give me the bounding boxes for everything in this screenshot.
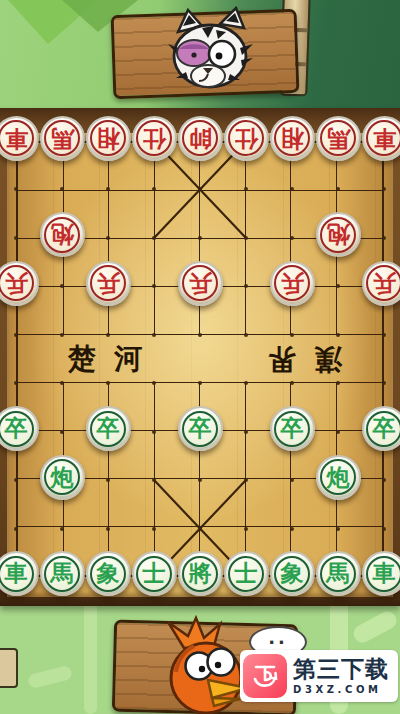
piece-character: 炮: [327, 466, 350, 489]
piece-character: 卒: [281, 417, 304, 440]
board-cell[interactable]: [200, 335, 246, 383]
piece-character: 卒: [189, 417, 212, 440]
piece-green-士[interactable]: 士: [224, 551, 269, 596]
board-grid[interactable]: [16, 141, 384, 577]
piece-character: 馬: [327, 562, 350, 585]
piece-red-相[interactable]: 相: [86, 116, 131, 161]
piece-green-馬[interactable]: 馬: [316, 551, 361, 596]
game-screen: 楚河 漢界 車馬相仕帥仕相馬車炮炮兵兵兵兵兵卒卒卒卒卒炮炮車馬象士將士象馬車: [0, 0, 400, 714]
watermark-brand: 第三下载: [293, 658, 389, 681]
piece-character: 車: [5, 562, 28, 585]
watermark-link[interactable]: 第三下载 D3XZ.COM: [240, 650, 398, 702]
piece-red-兵[interactable]: 兵: [178, 261, 223, 306]
piece-character: 馬: [51, 562, 74, 585]
piece-red-馬[interactable]: 馬: [40, 116, 85, 161]
board-cell[interactable]: [155, 191, 201, 239]
board-cell[interactable]: [155, 479, 201, 527]
piece-red-車[interactable]: 車: [0, 116, 39, 161]
piece-character: 兵: [281, 272, 304, 295]
piece-character: 卒: [97, 417, 120, 440]
piece-character: 炮: [51, 466, 74, 489]
piece-character: 卒: [5, 417, 28, 440]
piece-red-帥[interactable]: 帥: [178, 116, 223, 161]
piece-character: 炮: [51, 223, 74, 246]
piece-green-卒[interactable]: 卒: [178, 406, 223, 451]
piece-red-兵[interactable]: 兵: [86, 261, 131, 306]
watermark-domain: D3XZ.COM: [293, 684, 382, 695]
download-icon: [243, 654, 287, 698]
piece-green-將[interactable]: 將: [178, 551, 223, 596]
opponent-sign-plank: [111, 9, 300, 99]
board-cell[interactable]: [64, 335, 110, 383]
xiangqi-board[interactable]: 楚河 漢界: [0, 108, 400, 606]
piece-character: 兵: [97, 272, 120, 295]
piece-character: 車: [373, 562, 396, 585]
piece-red-馬[interactable]: 馬: [316, 116, 361, 161]
piece-green-卒[interactable]: 卒: [86, 406, 131, 451]
board-cell[interactable]: [109, 479, 155, 527]
board-cell[interactable]: [200, 479, 246, 527]
piece-green-象[interactable]: 象: [270, 551, 315, 596]
piece-red-仕[interactable]: 仕: [224, 116, 269, 161]
board-cell[interactable]: [200, 191, 246, 239]
piece-character: 馬: [327, 127, 350, 150]
piece-character: 兵: [189, 272, 212, 295]
piece-character: 仕: [143, 127, 166, 150]
bamboo-silhouette: [350, 608, 399, 645]
piece-character: 馬: [51, 127, 74, 150]
piece-red-相[interactable]: 相: [270, 116, 315, 161]
board-field: 楚河 漢界: [7, 133, 393, 597]
board-cell[interactable]: [109, 335, 155, 383]
bamboo-silhouette: [27, 665, 73, 689]
piece-character: 兵: [373, 272, 396, 295]
piece-red-兵[interactable]: 兵: [362, 261, 400, 306]
board-cell[interactable]: [246, 191, 292, 239]
piece-red-車[interactable]: 車: [362, 116, 400, 161]
piece-character: 車: [373, 127, 396, 150]
piece-character: 炮: [327, 223, 350, 246]
board-cell[interactable]: [246, 335, 292, 383]
board-cell[interactable]: [109, 191, 155, 239]
piece-red-炮[interactable]: 炮: [40, 212, 85, 257]
piece-red-仕[interactable]: 仕: [132, 116, 177, 161]
bamboo-silhouette: [84, 598, 97, 714]
piece-character: 象: [281, 562, 304, 585]
piece-character: 卒: [373, 417, 396, 440]
piece-green-炮[interactable]: 炮: [40, 455, 85, 500]
piece-character: 相: [281, 127, 304, 150]
board-cell[interactable]: [246, 479, 292, 527]
piece-character: 車: [5, 127, 28, 150]
piece-character: 仕: [235, 127, 258, 150]
piece-character: 帥: [189, 127, 212, 150]
piece-character: 士: [235, 562, 258, 585]
piece-green-卒[interactable]: 卒: [270, 406, 315, 451]
piece-green-炮[interactable]: 炮: [316, 455, 361, 500]
bamboo-stump-icon: [0, 648, 18, 688]
piece-character: 象: [97, 562, 120, 585]
piece-red-炮[interactable]: 炮: [316, 212, 361, 257]
piece-character: 兵: [5, 272, 28, 295]
board-cell[interactable]: [291, 335, 337, 383]
board-cell[interactable]: [337, 335, 383, 383]
piece-character: 將: [189, 562, 212, 585]
piece-green-馬[interactable]: 馬: [40, 551, 85, 596]
piece-green-士[interactable]: 士: [132, 551, 177, 596]
piece-character: 士: [143, 562, 166, 585]
piece-green-象[interactable]: 象: [86, 551, 131, 596]
piece-character: 相: [97, 127, 120, 150]
piece-red-兵[interactable]: 兵: [270, 261, 315, 306]
board-cell[interactable]: [155, 335, 201, 383]
piece-red-兵[interactable]: 兵: [0, 261, 39, 306]
board-cell[interactable]: [18, 335, 64, 383]
